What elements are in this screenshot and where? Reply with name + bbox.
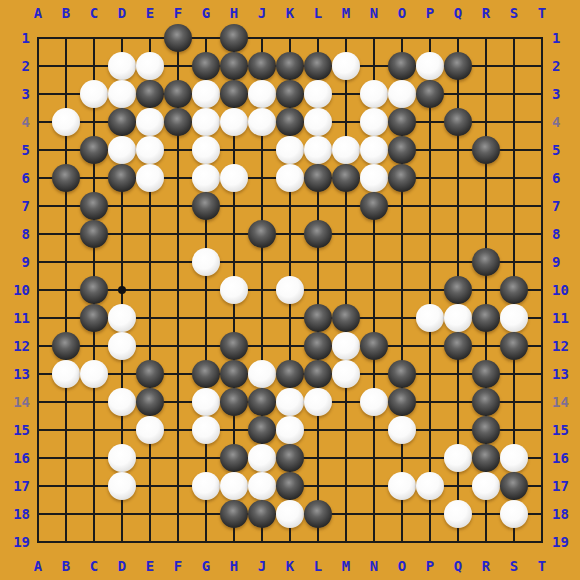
board-point-E14[interactable] xyxy=(136,388,164,416)
board-point-Q12[interactable] xyxy=(444,332,472,360)
board-point-J3[interactable] xyxy=(248,80,276,108)
board-point-L13[interactable] xyxy=(304,360,332,388)
board-point-D6[interactable] xyxy=(108,164,136,192)
board-point-R15[interactable] xyxy=(472,416,500,444)
board-point-B13[interactable] xyxy=(52,360,80,388)
board-point-H5[interactable] xyxy=(220,136,248,164)
board-point-E2[interactable] xyxy=(136,52,164,80)
board-point-T7[interactable] xyxy=(528,192,556,220)
board-point-F18[interactable] xyxy=(164,500,192,528)
board-point-Q3[interactable] xyxy=(444,80,472,108)
board-point-T14[interactable] xyxy=(528,388,556,416)
board-point-C5[interactable] xyxy=(80,136,108,164)
board-point-H7[interactable] xyxy=(220,192,248,220)
board-point-N18[interactable] xyxy=(360,500,388,528)
board-point-R5[interactable] xyxy=(472,136,500,164)
board-point-C16[interactable] xyxy=(80,444,108,472)
board-point-R7[interactable] xyxy=(472,192,500,220)
board-point-N3[interactable] xyxy=(360,80,388,108)
board-point-C13[interactable] xyxy=(80,360,108,388)
board-point-R18[interactable] xyxy=(472,500,500,528)
board-point-B15[interactable] xyxy=(52,416,80,444)
board-point-P18[interactable] xyxy=(416,500,444,528)
board-point-N12[interactable] xyxy=(360,332,388,360)
board-point-O2[interactable] xyxy=(388,52,416,80)
board-point-P6[interactable] xyxy=(416,164,444,192)
board-point-E17[interactable] xyxy=(136,472,164,500)
board-point-Q9[interactable] xyxy=(444,248,472,276)
board-point-H15[interactable] xyxy=(220,416,248,444)
board-point-P10[interactable] xyxy=(416,276,444,304)
board-point-G2[interactable] xyxy=(192,52,220,80)
board-point-M17[interactable] xyxy=(332,472,360,500)
board-point-M7[interactable] xyxy=(332,192,360,220)
board-point-C2[interactable] xyxy=(80,52,108,80)
board-point-B5[interactable] xyxy=(52,136,80,164)
board-point-F3[interactable] xyxy=(164,80,192,108)
board-point-K18[interactable] xyxy=(276,500,304,528)
board-point-T4[interactable] xyxy=(528,108,556,136)
board-point-N11[interactable] xyxy=(360,304,388,332)
board-point-J2[interactable] xyxy=(248,52,276,80)
board-point-S2[interactable] xyxy=(500,52,528,80)
board-point-O18[interactable] xyxy=(388,500,416,528)
board-point-S3[interactable] xyxy=(500,80,528,108)
board-point-T1[interactable] xyxy=(528,24,556,52)
board-point-P19[interactable] xyxy=(416,528,444,556)
board-point-E10[interactable] xyxy=(136,276,164,304)
board-point-G15[interactable] xyxy=(192,416,220,444)
board-point-L19[interactable] xyxy=(304,528,332,556)
board-point-A15[interactable] xyxy=(24,416,52,444)
board-point-M5[interactable] xyxy=(332,136,360,164)
board-point-D9[interactable] xyxy=(108,248,136,276)
board-point-J12[interactable] xyxy=(248,332,276,360)
board-point-M12[interactable] xyxy=(332,332,360,360)
board-point-A7[interactable] xyxy=(24,192,52,220)
board-point-Q17[interactable] xyxy=(444,472,472,500)
board-point-M2[interactable] xyxy=(332,52,360,80)
board-point-G19[interactable] xyxy=(192,528,220,556)
board-point-T3[interactable] xyxy=(528,80,556,108)
board-point-Q8[interactable] xyxy=(444,220,472,248)
board-point-Q5[interactable] xyxy=(444,136,472,164)
board-point-K3[interactable] xyxy=(276,80,304,108)
board-point-M1[interactable] xyxy=(332,24,360,52)
board-point-T5[interactable] xyxy=(528,136,556,164)
board-point-K12[interactable] xyxy=(276,332,304,360)
board-point-H12[interactable] xyxy=(220,332,248,360)
board-point-S18[interactable] xyxy=(500,500,528,528)
board-point-E15[interactable] xyxy=(136,416,164,444)
board-point-T13[interactable] xyxy=(528,360,556,388)
board-point-Q18[interactable] xyxy=(444,500,472,528)
board-point-P8[interactable] xyxy=(416,220,444,248)
board-point-L18[interactable] xyxy=(304,500,332,528)
board-point-G13[interactable] xyxy=(192,360,220,388)
board-point-D16[interactable] xyxy=(108,444,136,472)
board-point-C14[interactable] xyxy=(80,388,108,416)
board-point-M6[interactable] xyxy=(332,164,360,192)
board-point-M9[interactable] xyxy=(332,248,360,276)
board-point-N5[interactable] xyxy=(360,136,388,164)
board-point-T8[interactable] xyxy=(528,220,556,248)
board-point-T15[interactable] xyxy=(528,416,556,444)
board-point-F14[interactable] xyxy=(164,388,192,416)
board-point-F5[interactable] xyxy=(164,136,192,164)
board-point-S11[interactable] xyxy=(500,304,528,332)
board-point-G14[interactable] xyxy=(192,388,220,416)
board-point-H9[interactable] xyxy=(220,248,248,276)
board-point-H3[interactable] xyxy=(220,80,248,108)
board-point-O1[interactable] xyxy=(388,24,416,52)
board-point-S19[interactable] xyxy=(500,528,528,556)
board-point-F1[interactable] xyxy=(164,24,192,52)
board-point-E16[interactable] xyxy=(136,444,164,472)
board-point-A12[interactable] xyxy=(24,332,52,360)
board-point-J4[interactable] xyxy=(248,108,276,136)
board-point-H18[interactable] xyxy=(220,500,248,528)
board-point-F15[interactable] xyxy=(164,416,192,444)
board-point-Q15[interactable] xyxy=(444,416,472,444)
board-point-E4[interactable] xyxy=(136,108,164,136)
board-point-J1[interactable] xyxy=(248,24,276,52)
board-point-Q2[interactable] xyxy=(444,52,472,80)
board-point-C9[interactable] xyxy=(80,248,108,276)
board-point-G9[interactable] xyxy=(192,248,220,276)
board-point-P2[interactable] xyxy=(416,52,444,80)
board-point-C1[interactable] xyxy=(80,24,108,52)
board-point-H2[interactable] xyxy=(220,52,248,80)
board-point-S8[interactable] xyxy=(500,220,528,248)
board-point-P1[interactable] xyxy=(416,24,444,52)
board-point-P3[interactable] xyxy=(416,80,444,108)
board-point-K7[interactable] xyxy=(276,192,304,220)
board-point-O13[interactable] xyxy=(388,360,416,388)
board-point-F13[interactable] xyxy=(164,360,192,388)
board-point-T16[interactable] xyxy=(528,444,556,472)
board-point-C18[interactable] xyxy=(80,500,108,528)
board-point-H16[interactable] xyxy=(220,444,248,472)
board-point-O8[interactable] xyxy=(388,220,416,248)
board-point-Q14[interactable] xyxy=(444,388,472,416)
board-point-T12[interactable] xyxy=(528,332,556,360)
board-point-F12[interactable] xyxy=(164,332,192,360)
board-point-E3[interactable] xyxy=(136,80,164,108)
board-point-L9[interactable] xyxy=(304,248,332,276)
board-point-L8[interactable] xyxy=(304,220,332,248)
board-point-S9[interactable] xyxy=(500,248,528,276)
board-point-F16[interactable] xyxy=(164,444,192,472)
board-point-F7[interactable] xyxy=(164,192,192,220)
board-point-A9[interactable] xyxy=(24,248,52,276)
board-point-G17[interactable] xyxy=(192,472,220,500)
board-point-N8[interactable] xyxy=(360,220,388,248)
board-point-L2[interactable] xyxy=(304,52,332,80)
board-point-O14[interactable] xyxy=(388,388,416,416)
board-point-T10[interactable] xyxy=(528,276,556,304)
board-point-F6[interactable] xyxy=(164,164,192,192)
board-point-E8[interactable] xyxy=(136,220,164,248)
board-point-F19[interactable] xyxy=(164,528,192,556)
board-point-A2[interactable] xyxy=(24,52,52,80)
board-point-B6[interactable] xyxy=(52,164,80,192)
board-point-A19[interactable] xyxy=(24,528,52,556)
board-point-Q13[interactable] xyxy=(444,360,472,388)
board-point-K14[interactable] xyxy=(276,388,304,416)
board-point-L7[interactable] xyxy=(304,192,332,220)
board-point-K17[interactable] xyxy=(276,472,304,500)
board-point-E11[interactable] xyxy=(136,304,164,332)
board-point-H10[interactable] xyxy=(220,276,248,304)
board-point-B18[interactable] xyxy=(52,500,80,528)
board-point-G11[interactable] xyxy=(192,304,220,332)
board-point-P9[interactable] xyxy=(416,248,444,276)
board-point-J7[interactable] xyxy=(248,192,276,220)
board-point-S15[interactable] xyxy=(500,416,528,444)
board-point-S1[interactable] xyxy=(500,24,528,52)
board-point-Q1[interactable] xyxy=(444,24,472,52)
board-point-P4[interactable] xyxy=(416,108,444,136)
board-point-D8[interactable] xyxy=(108,220,136,248)
board-point-F2[interactable] xyxy=(164,52,192,80)
board-point-T6[interactable] xyxy=(528,164,556,192)
board-point-C17[interactable] xyxy=(80,472,108,500)
board-point-T19[interactable] xyxy=(528,528,556,556)
board-point-H17[interactable] xyxy=(220,472,248,500)
board-point-E9[interactable] xyxy=(136,248,164,276)
board-point-D2[interactable] xyxy=(108,52,136,80)
board-point-A11[interactable] xyxy=(24,304,52,332)
board-point-K13[interactable] xyxy=(276,360,304,388)
board-point-C7[interactable] xyxy=(80,192,108,220)
board-point-E19[interactable] xyxy=(136,528,164,556)
board-point-Q4[interactable] xyxy=(444,108,472,136)
board-point-K16[interactable] xyxy=(276,444,304,472)
board-point-T2[interactable] xyxy=(528,52,556,80)
board-point-J9[interactable] xyxy=(248,248,276,276)
board-point-R1[interactable] xyxy=(472,24,500,52)
board-point-D11[interactable] xyxy=(108,304,136,332)
board-point-N1[interactable] xyxy=(360,24,388,52)
board-point-D15[interactable] xyxy=(108,416,136,444)
board-point-R10[interactable] xyxy=(472,276,500,304)
board-point-C19[interactable] xyxy=(80,528,108,556)
board-point-D7[interactable] xyxy=(108,192,136,220)
board-point-R2[interactable] xyxy=(472,52,500,80)
board-point-N6[interactable] xyxy=(360,164,388,192)
board-point-Q19[interactable] xyxy=(444,528,472,556)
board-point-N17[interactable] xyxy=(360,472,388,500)
board-point-B2[interactable] xyxy=(52,52,80,80)
board-point-E5[interactable] xyxy=(136,136,164,164)
board-point-M11[interactable] xyxy=(332,304,360,332)
board-point-D3[interactable] xyxy=(108,80,136,108)
board-point-C15[interactable] xyxy=(80,416,108,444)
board-point-C11[interactable] xyxy=(80,304,108,332)
board-point-K2[interactable] xyxy=(276,52,304,80)
board-point-K9[interactable] xyxy=(276,248,304,276)
board-point-K4[interactable] xyxy=(276,108,304,136)
board-point-A17[interactable] xyxy=(24,472,52,500)
board-point-D1[interactable] xyxy=(108,24,136,52)
board-point-D19[interactable] xyxy=(108,528,136,556)
board-point-T17[interactable] xyxy=(528,472,556,500)
board-point-N15[interactable] xyxy=(360,416,388,444)
board-point-K11[interactable] xyxy=(276,304,304,332)
board-point-O7[interactable] xyxy=(388,192,416,220)
board-point-E18[interactable] xyxy=(136,500,164,528)
board-point-A8[interactable] xyxy=(24,220,52,248)
board-point-N10[interactable] xyxy=(360,276,388,304)
board-point-H4[interactable] xyxy=(220,108,248,136)
board-point-M19[interactable] xyxy=(332,528,360,556)
board-point-P5[interactable] xyxy=(416,136,444,164)
board-point-T18[interactable] xyxy=(528,500,556,528)
board-point-J17[interactable] xyxy=(248,472,276,500)
board-point-O10[interactable] xyxy=(388,276,416,304)
board-point-K1[interactable] xyxy=(276,24,304,52)
board-point-Q6[interactable] xyxy=(444,164,472,192)
board-point-M14[interactable] xyxy=(332,388,360,416)
board-point-Q11[interactable] xyxy=(444,304,472,332)
board-point-O5[interactable] xyxy=(388,136,416,164)
board-point-T11[interactable] xyxy=(528,304,556,332)
board-point-J19[interactable] xyxy=(248,528,276,556)
board-point-C10[interactable] xyxy=(80,276,108,304)
board-point-S10[interactable] xyxy=(500,276,528,304)
board-point-M3[interactable] xyxy=(332,80,360,108)
board-point-R12[interactable] xyxy=(472,332,500,360)
board-point-B11[interactable] xyxy=(52,304,80,332)
board-point-B12[interactable] xyxy=(52,332,80,360)
board-point-P17[interactable] xyxy=(416,472,444,500)
board-point-F8[interactable] xyxy=(164,220,192,248)
board-point-E1[interactable] xyxy=(136,24,164,52)
board-point-N13[interactable] xyxy=(360,360,388,388)
board-point-B7[interactable] xyxy=(52,192,80,220)
board-point-G8[interactable] xyxy=(192,220,220,248)
board-point-S13[interactable] xyxy=(500,360,528,388)
board-point-B1[interactable] xyxy=(52,24,80,52)
board-point-L17[interactable] xyxy=(304,472,332,500)
board-point-E7[interactable] xyxy=(136,192,164,220)
board-point-L4[interactable] xyxy=(304,108,332,136)
board-point-P13[interactable] xyxy=(416,360,444,388)
board-point-B9[interactable] xyxy=(52,248,80,276)
board-point-P7[interactable] xyxy=(416,192,444,220)
board-point-M10[interactable] xyxy=(332,276,360,304)
board-point-P11[interactable] xyxy=(416,304,444,332)
board-point-G6[interactable] xyxy=(192,164,220,192)
board-point-M16[interactable] xyxy=(332,444,360,472)
board-point-J8[interactable] xyxy=(248,220,276,248)
board-point-C8[interactable] xyxy=(80,220,108,248)
board-point-A4[interactable] xyxy=(24,108,52,136)
board-point-P12[interactable] xyxy=(416,332,444,360)
board-point-A3[interactable] xyxy=(24,80,52,108)
board-point-L6[interactable] xyxy=(304,164,332,192)
board-point-H8[interactable] xyxy=(220,220,248,248)
board-point-L1[interactable] xyxy=(304,24,332,52)
board-point-K15[interactable] xyxy=(276,416,304,444)
board-point-B4[interactable] xyxy=(52,108,80,136)
board-point-H14[interactable] xyxy=(220,388,248,416)
board-point-D5[interactable] xyxy=(108,136,136,164)
board-point-C4[interactable] xyxy=(80,108,108,136)
board-point-B14[interactable] xyxy=(52,388,80,416)
board-point-R11[interactable] xyxy=(472,304,500,332)
board-point-J13[interactable] xyxy=(248,360,276,388)
board-point-N9[interactable] xyxy=(360,248,388,276)
board-point-S16[interactable] xyxy=(500,444,528,472)
board-point-D10[interactable] xyxy=(108,276,136,304)
board-point-H19[interactable] xyxy=(220,528,248,556)
board-point-N4[interactable] xyxy=(360,108,388,136)
board-point-F11[interactable] xyxy=(164,304,192,332)
board-point-H11[interactable] xyxy=(220,304,248,332)
board-point-D18[interactable] xyxy=(108,500,136,528)
board-point-D4[interactable] xyxy=(108,108,136,136)
board-point-P16[interactable] xyxy=(416,444,444,472)
board-point-O16[interactable] xyxy=(388,444,416,472)
board-point-G10[interactable] xyxy=(192,276,220,304)
board-point-L10[interactable] xyxy=(304,276,332,304)
board-point-O12[interactable] xyxy=(388,332,416,360)
board-point-F9[interactable] xyxy=(164,248,192,276)
board-point-J16[interactable] xyxy=(248,444,276,472)
board-point-F4[interactable] xyxy=(164,108,192,136)
board-point-L14[interactable] xyxy=(304,388,332,416)
board-point-L3[interactable] xyxy=(304,80,332,108)
board-point-R4[interactable] xyxy=(472,108,500,136)
board-point-G16[interactable] xyxy=(192,444,220,472)
board-point-O9[interactable] xyxy=(388,248,416,276)
board-point-B16[interactable] xyxy=(52,444,80,472)
board-point-F17[interactable] xyxy=(164,472,192,500)
board-point-J6[interactable] xyxy=(248,164,276,192)
board-point-G7[interactable] xyxy=(192,192,220,220)
board-point-A10[interactable] xyxy=(24,276,52,304)
board-point-E13[interactable] xyxy=(136,360,164,388)
board-point-R16[interactable] xyxy=(472,444,500,472)
board-point-G5[interactable] xyxy=(192,136,220,164)
board-point-B8[interactable] xyxy=(52,220,80,248)
board-point-O3[interactable] xyxy=(388,80,416,108)
board-point-B17[interactable] xyxy=(52,472,80,500)
board-point-N14[interactable] xyxy=(360,388,388,416)
board-point-R14[interactable] xyxy=(472,388,500,416)
board-point-R9[interactable] xyxy=(472,248,500,276)
board-point-L11[interactable] xyxy=(304,304,332,332)
board-point-C6[interactable] xyxy=(80,164,108,192)
board-point-S7[interactable] xyxy=(500,192,528,220)
board-point-R13[interactable] xyxy=(472,360,500,388)
board-point-L5[interactable] xyxy=(304,136,332,164)
board-point-Q7[interactable] xyxy=(444,192,472,220)
board-point-K5[interactable] xyxy=(276,136,304,164)
board-point-S17[interactable] xyxy=(500,472,528,500)
board-point-R8[interactable] xyxy=(472,220,500,248)
board-point-O6[interactable] xyxy=(388,164,416,192)
board-point-E6[interactable] xyxy=(136,164,164,192)
board-point-L15[interactable] xyxy=(304,416,332,444)
board-point-J5[interactable] xyxy=(248,136,276,164)
board-point-N19[interactable] xyxy=(360,528,388,556)
board-point-O11[interactable] xyxy=(388,304,416,332)
board-point-J10[interactable] xyxy=(248,276,276,304)
board-point-A13[interactable] xyxy=(24,360,52,388)
